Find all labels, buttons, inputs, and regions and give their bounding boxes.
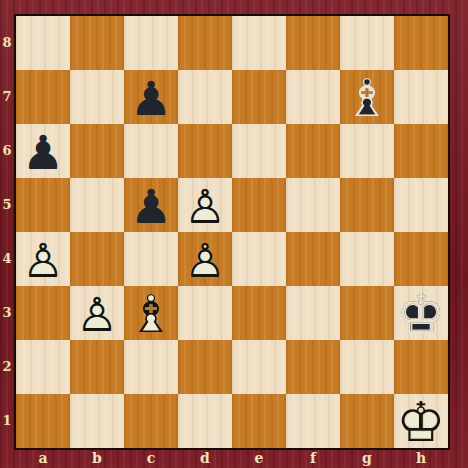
square-f6[interactable] xyxy=(286,124,340,178)
square-c8[interactable] xyxy=(124,16,178,70)
square-d6[interactable] xyxy=(178,124,232,178)
square-e1[interactable] xyxy=(232,394,286,448)
square-h1[interactable]: ♚♔ xyxy=(394,394,448,448)
rank-label-1: 1 xyxy=(0,394,14,448)
square-g1[interactable] xyxy=(340,394,394,448)
piece-white-pawn-b3[interactable]: ♟♙ xyxy=(70,286,124,340)
square-f7[interactable] xyxy=(286,70,340,124)
square-e3[interactable] xyxy=(232,286,286,340)
square-a1[interactable] xyxy=(16,394,70,448)
square-c7[interactable]: ♟ xyxy=(124,70,178,124)
square-d5[interactable]: ♟♙ xyxy=(178,178,232,232)
square-e2[interactable] xyxy=(232,340,286,394)
file-label-e: e xyxy=(232,448,286,468)
square-b8[interactable] xyxy=(70,16,124,70)
square-c1[interactable] xyxy=(124,394,178,448)
piece-white-pawn-a4[interactable]: ♟♙ xyxy=(16,232,70,286)
square-e7[interactable] xyxy=(232,70,286,124)
square-d4[interactable]: ♟♙ xyxy=(178,232,232,286)
rank-label-7: 7 xyxy=(0,70,14,124)
square-h8[interactable] xyxy=(394,16,448,70)
square-d7[interactable] xyxy=(178,70,232,124)
square-h6[interactable] xyxy=(394,124,448,178)
rank-label-4: 4 xyxy=(0,232,14,286)
chessboard-app: ♟♝♗♟♟♟♙♟♙♟♙♟♙♝♗♚♔♚♔ 87654321 abcdefgh xyxy=(0,0,468,468)
square-e8[interactable] xyxy=(232,16,286,70)
square-e5[interactable] xyxy=(232,178,286,232)
file-label-h: h xyxy=(394,448,448,468)
file-label-b: b xyxy=(70,448,124,468)
piece-black-king-h3[interactable]: ♚♔ xyxy=(394,286,448,340)
square-f4[interactable] xyxy=(286,232,340,286)
square-c6[interactable] xyxy=(124,124,178,178)
square-f8[interactable] xyxy=(286,16,340,70)
piece-black-pawn-c7[interactable]: ♟ xyxy=(124,70,178,124)
square-c4[interactable] xyxy=(124,232,178,286)
piece-black-pawn-a6[interactable]: ♟ xyxy=(16,124,70,178)
rank-label-6: 6 xyxy=(0,124,14,178)
square-c5[interactable]: ♟ xyxy=(124,178,178,232)
square-b2[interactable] xyxy=(70,340,124,394)
square-d2[interactable] xyxy=(178,340,232,394)
file-label-a: a xyxy=(16,448,70,468)
square-b1[interactable] xyxy=(70,394,124,448)
file-label-c: c xyxy=(124,448,178,468)
square-b6[interactable] xyxy=(70,124,124,178)
square-g6[interactable] xyxy=(340,124,394,178)
square-h5[interactable] xyxy=(394,178,448,232)
square-d8[interactable] xyxy=(178,16,232,70)
board: ♟♝♗♟♟♟♙♟♙♟♙♟♙♝♗♚♔♚♔ xyxy=(14,14,450,450)
piece-white-king-h1[interactable]: ♚♔ xyxy=(394,394,448,448)
square-g2[interactable] xyxy=(340,340,394,394)
square-f1[interactable] xyxy=(286,394,340,448)
square-g8[interactable] xyxy=(340,16,394,70)
square-h3[interactable]: ♚♔ xyxy=(394,286,448,340)
square-d3[interactable] xyxy=(178,286,232,340)
piece-white-pawn-d4[interactable]: ♟♙ xyxy=(178,232,232,286)
square-g5[interactable] xyxy=(340,178,394,232)
square-a4[interactable]: ♟♙ xyxy=(16,232,70,286)
square-g4[interactable] xyxy=(340,232,394,286)
square-a5[interactable] xyxy=(16,178,70,232)
square-b7[interactable] xyxy=(70,70,124,124)
square-a2[interactable] xyxy=(16,340,70,394)
square-h4[interactable] xyxy=(394,232,448,286)
piece-black-bishop-g7[interactable]: ♝♗ xyxy=(340,70,394,124)
square-b4[interactable] xyxy=(70,232,124,286)
piece-black-pawn-c5[interactable]: ♟ xyxy=(124,178,178,232)
board-grid: ♟♝♗♟♟♟♙♟♙♟♙♟♙♝♗♚♔♚♔ xyxy=(16,16,448,448)
square-e4[interactable] xyxy=(232,232,286,286)
square-a3[interactable] xyxy=(16,286,70,340)
square-b5[interactable] xyxy=(70,178,124,232)
square-f5[interactable] xyxy=(286,178,340,232)
square-a7[interactable] xyxy=(16,70,70,124)
piece-white-bishop-c3[interactable]: ♝♗ xyxy=(124,286,178,340)
square-c3[interactable]: ♝♗ xyxy=(124,286,178,340)
rank-label-5: 5 xyxy=(0,178,14,232)
square-f2[interactable] xyxy=(286,340,340,394)
piece-white-pawn-d5[interactable]: ♟♙ xyxy=(178,178,232,232)
square-a8[interactable] xyxy=(16,16,70,70)
square-f3[interactable] xyxy=(286,286,340,340)
square-e6[interactable] xyxy=(232,124,286,178)
file-label-d: d xyxy=(178,448,232,468)
file-label-g: g xyxy=(340,448,394,468)
square-b3[interactable]: ♟♙ xyxy=(70,286,124,340)
square-c2[interactable] xyxy=(124,340,178,394)
square-g3[interactable] xyxy=(340,286,394,340)
square-a6[interactable]: ♟ xyxy=(16,124,70,178)
file-label-f: f xyxy=(286,448,340,468)
square-d1[interactable] xyxy=(178,394,232,448)
rank-label-2: 2 xyxy=(0,340,14,394)
square-h7[interactable] xyxy=(394,70,448,124)
rank-label-8: 8 xyxy=(0,16,14,70)
rank-label-3: 3 xyxy=(0,286,14,340)
square-h2[interactable] xyxy=(394,340,448,394)
square-g7[interactable]: ♝♗ xyxy=(340,70,394,124)
